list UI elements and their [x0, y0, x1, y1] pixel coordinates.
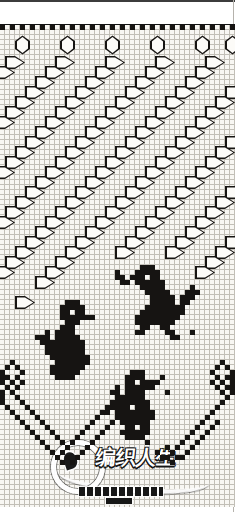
filled-cell — [195, 290, 200, 295]
filled-cell — [200, 420, 205, 425]
filled-cell — [70, 460, 75, 465]
filled-cell — [185, 435, 190, 440]
filled-cell — [100, 25, 105, 30]
filled-cell — [90, 315, 95, 320]
filled-cell — [90, 420, 95, 425]
filled-cell — [170, 320, 175, 325]
filled-cell — [85, 360, 90, 365]
diamond-motif-fill — [227, 37, 235, 54]
filled-cell — [180, 25, 185, 30]
filled-cell — [215, 365, 220, 370]
filled-cell — [80, 430, 85, 435]
filled-cell — [20, 380, 25, 385]
filled-cell — [105, 425, 110, 430]
filled-cell — [210, 410, 215, 415]
filled-cell — [130, 25, 135, 30]
filled-cell — [165, 390, 170, 395]
filled-cell — [200, 435, 205, 440]
filled-cell — [15, 385, 20, 390]
filled-cell — [75, 370, 80, 375]
filled-cell — [0, 25, 5, 30]
filled-cell — [185, 450, 190, 455]
diamond-motif-fill — [62, 37, 74, 54]
filled-cell — [30, 25, 35, 30]
filled-cell — [145, 430, 150, 435]
filled-cell — [160, 25, 165, 30]
filled-cell — [95, 415, 100, 420]
filled-cell — [60, 25, 65, 30]
filled-cell — [205, 415, 210, 420]
filled-cell — [5, 365, 10, 370]
filled-cell — [10, 25, 15, 30]
filled-cell — [210, 425, 215, 430]
filled-cell — [80, 365, 85, 370]
filled-cell — [120, 25, 125, 30]
filled-cell — [190, 445, 195, 450]
filled-cell — [190, 295, 195, 300]
crochet-chart-page: 编织人生 — [0, 0, 235, 512]
filled-cell — [225, 395, 230, 400]
filled-cell — [70, 440, 75, 445]
filled-cell — [60, 460, 65, 465]
filled-cell — [65, 445, 70, 450]
shell-motif-fill — [227, 137, 235, 149]
filled-cell — [90, 25, 95, 30]
filled-cell — [50, 25, 55, 30]
filled-cell — [170, 25, 175, 30]
diamond-motif-fill — [197, 37, 209, 54]
filled-cell — [145, 325, 150, 330]
filled-cell — [75, 320, 80, 325]
filled-cell — [190, 430, 195, 435]
filled-cell — [160, 375, 165, 380]
filled-cell — [70, 25, 75, 30]
filled-cell — [70, 375, 75, 380]
filled-cell — [75, 435, 80, 440]
filled-cell — [40, 25, 45, 30]
filled-cell — [20, 370, 25, 375]
filled-cell — [95, 435, 100, 440]
filled-cell — [110, 420, 115, 425]
filled-cell — [150, 25, 155, 30]
filled-cell — [175, 335, 180, 340]
filled-cell — [80, 450, 85, 455]
diamond-motif-fill — [107, 37, 119, 54]
filled-cell — [220, 25, 225, 30]
filled-cell — [145, 440, 150, 445]
filled-cell — [85, 425, 90, 430]
filled-cell — [85, 445, 90, 450]
filled-cell — [155, 380, 160, 385]
filled-cell — [105, 410, 110, 415]
filled-cell — [140, 330, 145, 335]
filled-cell — [185, 300, 190, 305]
filled-cell — [150, 385, 155, 390]
filled-cell — [180, 310, 185, 315]
filled-cell — [175, 315, 180, 320]
filled-cell — [195, 425, 200, 430]
filled-cell — [140, 25, 145, 30]
shell-motif-fill — [227, 87, 235, 99]
scan-top-edge-line — [0, 0, 235, 2]
shell-motif-fill — [227, 187, 235, 199]
filled-cell — [230, 25, 235, 30]
filled-cell — [20, 25, 25, 30]
filled-cell — [80, 25, 85, 30]
filled-cell — [75, 455, 80, 460]
filled-cell — [220, 400, 225, 405]
filled-cell — [190, 330, 195, 335]
diamond-motif-fill — [152, 37, 164, 54]
filled-cell — [150, 415, 155, 420]
diamond-motif-fill — [17, 37, 29, 54]
filled-cell — [205, 430, 210, 435]
filled-cell — [215, 420, 220, 425]
filled-cell — [230, 390, 235, 395]
filled-cell — [180, 455, 185, 460]
filled-cell — [215, 405, 220, 410]
filled-cell — [100, 430, 105, 435]
filled-cell — [200, 25, 205, 30]
filled-cell — [175, 445, 180, 450]
shell-motif-fill — [227, 237, 235, 249]
filled-cell — [210, 25, 215, 30]
filled-cell — [90, 440, 95, 445]
filled-cell — [180, 440, 185, 445]
filled-cell — [190, 25, 195, 30]
filled-cell — [110, 25, 115, 30]
filled-cell — [125, 280, 130, 285]
filled-cell — [195, 440, 200, 445]
filled-cell — [170, 460, 175, 465]
